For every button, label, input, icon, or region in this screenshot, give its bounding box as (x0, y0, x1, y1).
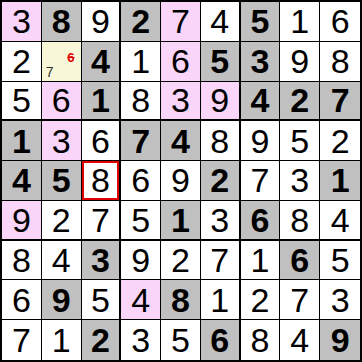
cell-r4c4[interactable]: 7 (121, 121, 161, 161)
cell-r3c8[interactable]: 2 (280, 82, 320, 122)
entered-digit: 1 (52, 323, 71, 357)
cell-r9c6[interactable]: 6 (201, 320, 241, 360)
cell-r4c8[interactable]: 5 (280, 121, 320, 161)
given-digit: 8 (171, 283, 190, 317)
given-digit: 1 (331, 163, 350, 197)
entered-digit: 7 (171, 4, 190, 38)
entered-digit: 7 (251, 163, 270, 197)
entered-digit: 9 (12, 203, 31, 237)
cell-r5c1[interactable]: 4 (2, 161, 42, 201)
cell-r9c8[interactable]: 4 (280, 320, 320, 360)
given-digit: 7 (331, 83, 350, 117)
given-digit: 2 (91, 323, 110, 357)
entered-digit: 9 (210, 83, 229, 117)
entered-digit: 6 (171, 44, 190, 78)
entered-digit: 8 (91, 163, 110, 197)
cell-r8c3[interactable]: 5 (82, 280, 122, 320)
cell-r5c9[interactable]: 1 (320, 161, 360, 201)
cell-r1c9[interactable]: 6 (320, 2, 360, 42)
entered-digit: 6 (131, 163, 150, 197)
cell-r7c2[interactable]: 4 (42, 241, 82, 281)
cell-r2c4[interactable]: 1 (121, 42, 161, 82)
cell-r4c3[interactable]: 6 (82, 121, 122, 161)
entered-digit: 9 (290, 44, 309, 78)
entered-digit: 7 (290, 283, 309, 317)
entered-digit: 6 (52, 83, 71, 117)
cell-r4c6[interactable]: 8 (201, 121, 241, 161)
given-digit: 4 (91, 44, 110, 78)
given-digit: 9 (331, 323, 350, 357)
entered-digit: 8 (131, 83, 150, 117)
cell-r8c4[interactable]: 4 (121, 280, 161, 320)
cell-r3c4[interactable]: 8 (121, 82, 161, 122)
cell-r4c7[interactable]: 9 (241, 121, 281, 161)
cell-r2c5[interactable]: 6 (161, 42, 201, 82)
entered-digit: 6 (12, 283, 31, 317)
entered-digit: 7 (91, 203, 110, 237)
cell-r6c9[interactable]: 4 (320, 201, 360, 241)
entered-digit: 2 (331, 124, 350, 158)
cell-r2c3[interactable]: 4 (82, 42, 122, 82)
entered-digit: 3 (52, 124, 71, 158)
cell-r9c1[interactable]: 7 (2, 320, 42, 360)
entered-digit: 3 (210, 203, 229, 237)
given-digit: 7 (131, 124, 150, 158)
cell-r9c4[interactable]: 3 (121, 320, 161, 360)
cell-r3c1[interactable]: 5 (2, 82, 42, 122)
entered-digit: 5 (290, 124, 309, 158)
given-digit: 1 (91, 83, 110, 117)
cell-r6c3[interactable]: 7 (82, 201, 122, 241)
cell-r6c7[interactable]: 6 (241, 201, 281, 241)
cell-r5c5[interactable]: 9 (161, 161, 201, 201)
cell-r2c6[interactable]: 5 (201, 42, 241, 82)
cell-r9c7[interactable]: 8 (241, 320, 281, 360)
entered-digit: 9 (171, 163, 190, 197)
entered-digit: 3 (290, 163, 309, 197)
cell-r8c7[interactable]: 2 (241, 280, 281, 320)
entered-digit: 1 (251, 243, 270, 277)
given-digit: 5 (251, 4, 270, 38)
cell-r8c9[interactable]: 3 (320, 280, 360, 320)
cell-r1c7[interactable]: 5 (241, 2, 281, 42)
cell-r7c8[interactable]: 6 (280, 241, 320, 281)
given-digit: 4 (12, 163, 31, 197)
pencil-mark: 7 (46, 65, 54, 79)
entered-digit: 9 (91, 4, 110, 38)
cell-r5c2[interactable]: 5 (42, 161, 82, 201)
entered-digit: 5 (12, 83, 31, 117)
entered-digit: 4 (131, 283, 150, 317)
cell-r3c9[interactable]: 7 (320, 82, 360, 122)
entered-digit: 8 (210, 124, 229, 158)
entered-digit: 9 (251, 124, 270, 158)
given-digit: 6 (251, 203, 270, 237)
cell-r7c9[interactable]: 5 (320, 241, 360, 281)
cell-r6c2[interactable]: 2 (42, 201, 82, 241)
cell-r1c4[interactable]: 2 (121, 2, 161, 42)
cell-r3c6[interactable]: 9 (201, 82, 241, 122)
cell-r1c6[interactable]: 4 (201, 2, 241, 42)
entered-digit: 9 (131, 243, 150, 277)
cell-r3c3[interactable]: 1 (82, 82, 122, 122)
cell-r3c2[interactable]: 6 (42, 82, 82, 122)
cell-r6c6[interactable]: 3 (201, 201, 241, 241)
cell-r8c8[interactable]: 7 (280, 280, 320, 320)
entered-digit: 5 (171, 323, 190, 357)
given-digit: 4 (251, 83, 270, 117)
cell-r1c3[interactable]: 9 (82, 2, 122, 42)
entered-digit: 3 (171, 83, 190, 117)
entered-digit: 4 (210, 4, 229, 38)
cell-r8c5[interactable]: 8 (161, 280, 201, 320)
cell-r9c2[interactable]: 1 (42, 320, 82, 360)
cell-r6c4[interactable]: 5 (121, 201, 161, 241)
cell-r9c3[interactable]: 2 (82, 320, 122, 360)
cell-r7c6[interactable]: 7 (201, 241, 241, 281)
cell-r7c4[interactable]: 9 (121, 241, 161, 281)
given-digit: 1 (12, 124, 31, 158)
cell-r5c4[interactable]: 6 (121, 161, 161, 201)
cell-r9c9[interactable]: 9 (320, 320, 360, 360)
given-digit: 8 (52, 4, 71, 38)
cell-r5c7[interactable]: 7 (241, 161, 281, 201)
cell-r7c1[interactable]: 8 (2, 241, 42, 281)
cell-r8c6[interactable]: 1 (201, 280, 241, 320)
cell-r9c5[interactable]: 5 (161, 320, 201, 360)
cell-r3c5[interactable]: 3 (161, 82, 201, 122)
entered-digit: 6 (91, 124, 110, 158)
entered-digit: 1 (131, 44, 150, 78)
entered-digit: 5 (131, 203, 150, 237)
given-digit: 3 (91, 243, 110, 277)
given-digit: 2 (210, 163, 229, 197)
entered-digit: 3 (331, 283, 350, 317)
cell-r1c8[interactable]: 1 (280, 2, 320, 42)
given-digit: 4 (171, 124, 190, 158)
cell-r2c2[interactable]: 76 (42, 42, 82, 82)
entered-digit: 8 (12, 243, 31, 277)
entered-digit: 4 (52, 243, 71, 277)
cell-r8c1[interactable]: 6 (2, 280, 42, 320)
given-digit: 5 (210, 44, 229, 78)
entered-digit: 2 (12, 44, 31, 78)
sudoku-board: 3892745162764165398561839427136748952458… (0, 0, 362, 362)
entered-digit: 1 (210, 283, 229, 317)
entered-digit: 5 (91, 283, 110, 317)
cell-r2c1[interactable]: 2 (2, 42, 42, 82)
entered-digit: 1 (290, 4, 309, 38)
cell-r7c7[interactable]: 1 (241, 241, 281, 281)
cell-r4c1[interactable]: 1 (2, 121, 42, 161)
cell-r4c2[interactable]: 3 (42, 121, 82, 161)
cell-r5c3[interactable]: 8 (82, 161, 122, 201)
cell-r6c1[interactable]: 9 (2, 201, 42, 241)
given-digit: 6 (290, 243, 309, 277)
entered-digit: 2 (251, 283, 270, 317)
cell-r7c5[interactable]: 2 (161, 241, 201, 281)
cell-r7c3[interactable]: 3 (82, 241, 122, 281)
given-digit: 9 (52, 283, 71, 317)
given-digit: 5 (52, 163, 71, 197)
entered-digit: 8 (331, 44, 350, 78)
entered-digit: 2 (52, 203, 71, 237)
cell-r3c7[interactable]: 4 (241, 82, 281, 122)
cell-r6c8[interactable]: 8 (280, 201, 320, 241)
given-digit: 2 (131, 4, 150, 38)
cell-r1c5[interactable]: 7 (161, 2, 201, 42)
entered-digit: 4 (331, 203, 350, 237)
cell-r2c9[interactable]: 8 (320, 42, 360, 82)
entered-digit: 6 (331, 4, 350, 38)
entered-digit: 2 (171, 243, 190, 277)
cell-r4c5[interactable]: 4 (161, 121, 201, 161)
cell-r2c8[interactable]: 9 (280, 42, 320, 82)
entered-digit: 7 (210, 243, 229, 277)
cell-r5c8[interactable]: 3 (280, 161, 320, 201)
cell-r1c2[interactable]: 8 (42, 2, 82, 42)
cell-r1c1[interactable]: 3 (2, 2, 42, 42)
entered-digit: 8 (290, 203, 309, 237)
given-digit: 3 (251, 44, 270, 78)
given-digit: 1 (171, 203, 190, 237)
entered-digit: 4 (290, 323, 309, 357)
given-digit: 2 (290, 83, 309, 117)
cell-r4c9[interactable]: 2 (320, 121, 360, 161)
cell-r6c5[interactable]: 1 (161, 201, 201, 241)
entered-digit: 8 (251, 323, 270, 357)
cell-r8c2[interactable]: 9 (42, 280, 82, 320)
entered-digit: 3 (12, 4, 31, 38)
entered-digit: 5 (331, 243, 350, 277)
entered-digit: 7 (12, 323, 31, 357)
cell-r5c6[interactable]: 2 (201, 161, 241, 201)
entered-digit: 3 (131, 323, 150, 357)
given-digit: 6 (210, 323, 229, 357)
cell-r2c7[interactable]: 3 (241, 42, 281, 82)
eliminated-candidate: 6 (67, 51, 74, 64)
